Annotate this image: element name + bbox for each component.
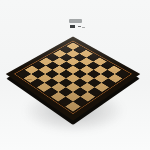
watermark-logo-icon (69, 19, 82, 23)
watermark-logo-text (70, 25, 75, 28)
w-rook-icon: ♜ (63, 94, 78, 109)
b-pawn-icon: ♟ (106, 69, 120, 80)
chess-set-photo: ♜♞♝♛♚♝♞♜♟♟♟♟♟♟♟♟♟♟♟♟♟♟♟♟♜♞♝♛♚♝♞♜ (0, 0, 150, 150)
watermark-logo (66, 19, 84, 29)
